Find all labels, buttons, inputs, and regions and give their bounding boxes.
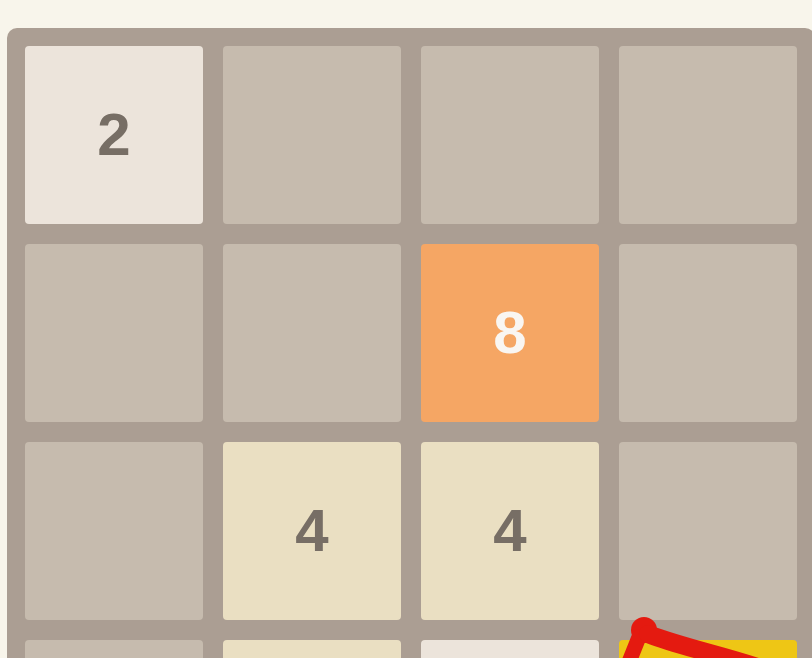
tile-r4c3-hidden [421,640,599,658]
cell-r3c4-empty [619,442,797,620]
tile-r2c3-8: 8 [421,244,599,422]
tile-r3c2-4: 4 [223,442,401,620]
cell-r1c3-empty [421,46,599,224]
tile-r1c1-2: 2 [25,46,203,224]
cell-r2c2-empty [223,244,401,422]
tile-r4c2-hidden [223,640,401,658]
cell-r4c1-empty [25,640,203,658]
cell-r2c1-empty [25,244,203,422]
tile-r3c3-4: 4 [421,442,599,620]
game-screenshot: 2844 [0,0,812,658]
game-board-2048[interactable]: 2844 [7,28,812,658]
cell-r1c2-empty [223,46,401,224]
tile-r4c4-hidden [619,640,797,658]
cell-r1c4-empty [619,46,797,224]
cell-r3c1-empty [25,442,203,620]
cell-r2c4-empty [619,244,797,422]
